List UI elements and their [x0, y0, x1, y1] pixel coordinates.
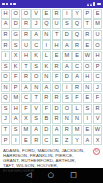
grid-cell-f7[interactable]: F — [52, 72, 61, 82]
word-search-app: HOOVERIYPEADRJQUSQTMRGRANTDQRURSUCIHAREO… — [0, 0, 103, 183]
grid-cell-g8[interactable]: I — [62, 83, 71, 93]
grid-cell-b5[interactable]: X — [11, 51, 20, 61]
grid-cell-e9[interactable]: R — [42, 93, 51, 103]
grid-cell-j7[interactable]: C — [93, 72, 102, 82]
grid-cell-b8[interactable]: P — [11, 83, 20, 93]
grid-cell-h2[interactable]: Q — [72, 19, 81, 29]
grid-cell-a11[interactable]: J — [1, 114, 10, 124]
grid-cell-j9[interactable]: F — [93, 93, 102, 103]
grid-cell-h11[interactable]: N — [72, 114, 81, 124]
signal-icon — [87, 3, 89, 6]
grid-cell-e4[interactable]: I — [42, 40, 51, 50]
notification-icon — [13, 3, 16, 6]
grid-cell-e2[interactable]: Q — [42, 19, 51, 29]
grid-cell-a3[interactable]: R — [1, 30, 10, 40]
grid-cell-i4[interactable]: E — [83, 40, 92, 50]
status-blob — [97, 3, 102, 6]
grid-cell-h1[interactable]: Y — [72, 9, 81, 19]
grid-cell-d12[interactable]: A — [31, 125, 40, 135]
grid-cell-b6[interactable]: K — [11, 62, 20, 72]
grid-cell-a13[interactable]: P — [1, 135, 10, 145]
notification-icon — [6, 3, 9, 6]
grid-cell-d10[interactable]: V — [31, 104, 40, 114]
grid-cell-j2[interactable]: M — [93, 19, 102, 29]
grid-cell-g2[interactable]: S — [62, 19, 71, 29]
grid-cell-i1[interactable]: P — [83, 9, 92, 19]
grid-cell-e1[interactable]: E — [42, 9, 51, 19]
grid-cell-g12[interactable]: R — [62, 125, 71, 135]
grid-cell-d11[interactable]: S — [31, 114, 40, 124]
grid-cell-j10[interactable]: R — [93, 104, 102, 114]
grid-cell-b12[interactable]: S — [11, 125, 20, 135]
grid-cell-j12[interactable]: W — [93, 125, 102, 135]
grid-cell-e13[interactable]: C — [42, 135, 51, 145]
grid-cell-f11[interactable]: R — [52, 114, 61, 124]
grid-cell-f5[interactable]: E — [52, 51, 61, 61]
grid-cell-g6[interactable]: A — [62, 62, 71, 72]
grid-cell-b11[interactable]: A — [11, 114, 20, 124]
status-right-icons — [87, 2, 101, 6]
grid-cell-i3[interactable]: R — [83, 30, 92, 40]
grid-cell-c10[interactable]: F — [21, 104, 30, 114]
grid-cell-d13[interactable]: R — [31, 135, 40, 145]
grid-cell-j6[interactable]: P — [93, 62, 102, 72]
grid-cell-i12[interactable]: E — [83, 125, 92, 135]
grid-cell-f4[interactable]: H — [52, 40, 61, 50]
grid-cell-h12[interactable]: M — [72, 125, 81, 135]
grid-cell-h5[interactable]: E — [72, 51, 81, 61]
grid-cell-j13[interactable]: X — [93, 135, 102, 145]
grid-cell-f6[interactable]: R — [52, 62, 61, 72]
grid-cell-d9[interactable]: T — [31, 93, 40, 103]
grid-cell-c11[interactable]: X — [21, 114, 30, 124]
grid-cell-g5[interactable]: M — [62, 51, 71, 61]
grid-cell-g9[interactable]: S — [62, 93, 71, 103]
grid-cell-i2[interactable]: T — [83, 19, 92, 29]
grid-cell-d3[interactable]: A — [31, 30, 40, 40]
notification-icon — [2, 3, 5, 6]
grid-cell-j3[interactable]: U — [93, 30, 102, 40]
grid-cell-h9[interactable]: F — [72, 93, 81, 103]
grid-cell-i7[interactable]: H — [83, 72, 92, 82]
grid-cell-c7[interactable]: R — [21, 72, 30, 82]
grid-cell-f3[interactable]: T — [52, 30, 61, 40]
grid-cell-g10[interactable]: O — [62, 104, 71, 114]
grid-cell-g1[interactable]: I — [62, 9, 71, 19]
grid-cell-i6[interactable]: O — [83, 62, 92, 72]
grid-cell-i10[interactable]: S — [83, 104, 92, 114]
grid-cell-b10[interactable]: H — [11, 104, 20, 114]
grid-cell-d6[interactable]: S — [31, 62, 40, 72]
grid-cell-h7[interactable]: A — [72, 72, 81, 82]
grid-cell-d8[interactable]: N — [31, 83, 40, 93]
grid-cell-j5[interactable]: H — [93, 51, 102, 61]
grid-cell-i5[interactable]: W — [83, 51, 92, 61]
grid-cell-f2[interactable]: U — [52, 19, 61, 29]
grid-cell-c9[interactable]: C — [21, 93, 30, 103]
grid-cell-c5[interactable]: H — [21, 51, 30, 61]
grid-cell-a7[interactable]: O — [1, 72, 10, 82]
grid-cell-b3[interactable]: G — [11, 30, 20, 40]
grid-cell-i13[interactable]: A — [83, 135, 92, 145]
grid-cell-f8[interactable]: O — [52, 83, 61, 93]
grid-cell-h13[interactable]: Y — [72, 135, 81, 145]
grid-cell-i8[interactable]: N — [83, 83, 92, 93]
status-left-icons — [2, 3, 16, 6]
grid-cell-f1[interactable]: R — [52, 9, 61, 19]
grid-cell-j4[interactable]: O — [93, 40, 102, 50]
grid-cell-d7[interactable]: O — [31, 72, 40, 82]
grid-cell-f10[interactable]: D — [52, 104, 61, 114]
grid-cell-f13[interactable]: E — [52, 135, 61, 145]
grid-cell-a8[interactable]: N — [1, 83, 10, 93]
grid-cell-b13[interactable]: I — [11, 135, 20, 145]
grid-cell-d4[interactable]: C — [31, 40, 40, 50]
grid-cell-b4[interactable]: S — [11, 40, 20, 50]
grid-cell-e10[interactable]: F — [42, 104, 51, 114]
grid-cell-a5[interactable]: I — [1, 51, 10, 61]
grid-cell-g11[interactable]: N — [62, 114, 71, 124]
battery-icon — [93, 2, 95, 6]
grid-cell-a6[interactable]: S — [1, 62, 10, 72]
grid-cell-h3[interactable]: Q — [72, 30, 81, 40]
grid-cell-c12[interactable]: M — [21, 125, 30, 135]
grid-cell-e12[interactable]: D — [42, 125, 51, 135]
grid-cell-c2[interactable]: R — [21, 19, 30, 29]
grid-cell-j1[interactable]: E — [93, 9, 102, 19]
grid-cell-a12[interactable]: T — [1, 125, 10, 135]
grid-cell-e8[interactable]: A — [42, 83, 51, 93]
grid-cell-g7[interactable]: D — [62, 72, 71, 82]
grid-cell-c13[interactable]: E — [21, 135, 30, 145]
grid-cell-j11[interactable]: V — [93, 114, 102, 124]
grid-cell-c8[interactable]: A — [21, 83, 30, 93]
word-grid: HOOVERIYPEADRJQUSQTMRGRANTDQRURSUCIHAREO… — [0, 8, 103, 146]
grid-cell-c4[interactable]: U — [21, 40, 30, 50]
grid-cell-e7[interactable]: N — [42, 72, 51, 82]
grid-cell-a1[interactable]: H — [1, 9, 10, 19]
grid-cell-g13[interactable]: Z — [62, 135, 71, 145]
hint-refresh-button[interactable]: ↻ — [93, 148, 100, 155]
word-list: ADAMS, FORD, MADISON, JACKSON, HARRISON,… — [3, 148, 89, 173]
grid-cell-b9[interactable]: M — [11, 93, 20, 103]
grid-cell-e6[interactable]: K — [42, 62, 51, 72]
grid-cell-h6[interactable]: C — [72, 62, 81, 72]
grid-cell-i9[interactable]: E — [83, 93, 92, 103]
wifi-icon — [90, 3, 92, 6]
grid-cell-e5[interactable]: L — [42, 51, 51, 61]
grid-cell-a2[interactable]: A — [1, 19, 10, 29]
grid-cell-h4[interactable]: R — [72, 40, 81, 50]
grid-cell-d1[interactable]: V — [31, 9, 40, 19]
grid-cell-b1[interactable]: O — [11, 9, 20, 19]
grid-cell-c6[interactable]: T — [21, 62, 30, 72]
grid-cell-g3[interactable]: D — [62, 30, 71, 40]
grid-cell-f9[interactable]: R — [52, 93, 61, 103]
grid-cell-h10[interactable]: L — [72, 104, 81, 114]
grid-cell-e11[interactable]: B — [42, 114, 51, 124]
grid-cell-b2[interactable]: D — [11, 19, 20, 29]
word-list-area: ADAMS, FORD, MADISON, JACKSON, HARRISON,… — [0, 146, 103, 168]
grid-cell-a10[interactable]: S — [1, 104, 10, 114]
grid-cell-c3[interactable]: R — [21, 30, 30, 40]
grid-cell-f12[interactable]: A — [52, 125, 61, 135]
grid-cell-e3[interactable]: N — [42, 30, 51, 40]
grid-cell-d2[interactable]: J — [31, 19, 40, 29]
grid-cell-h8[interactable]: R — [72, 83, 81, 93]
grid-cell-b7[interactable]: F — [11, 72, 20, 82]
grid-cell-i11[interactable]: I — [83, 114, 92, 124]
download-icon — [10, 3, 13, 6]
grid-cell-d5[interactable]: K — [31, 51, 40, 61]
grid-cell-a4[interactable]: R — [1, 40, 10, 50]
grid-cell-j8[interactable]: J — [93, 83, 102, 93]
grid-cell-a9[interactable]: Q — [1, 93, 10, 103]
refresh-icon: ↻ — [95, 149, 99, 153]
grid-cell-c1[interactable]: O — [21, 9, 30, 19]
status-bar — [0, 0, 103, 8]
grid-cell-g4[interactable]: A — [62, 40, 71, 50]
